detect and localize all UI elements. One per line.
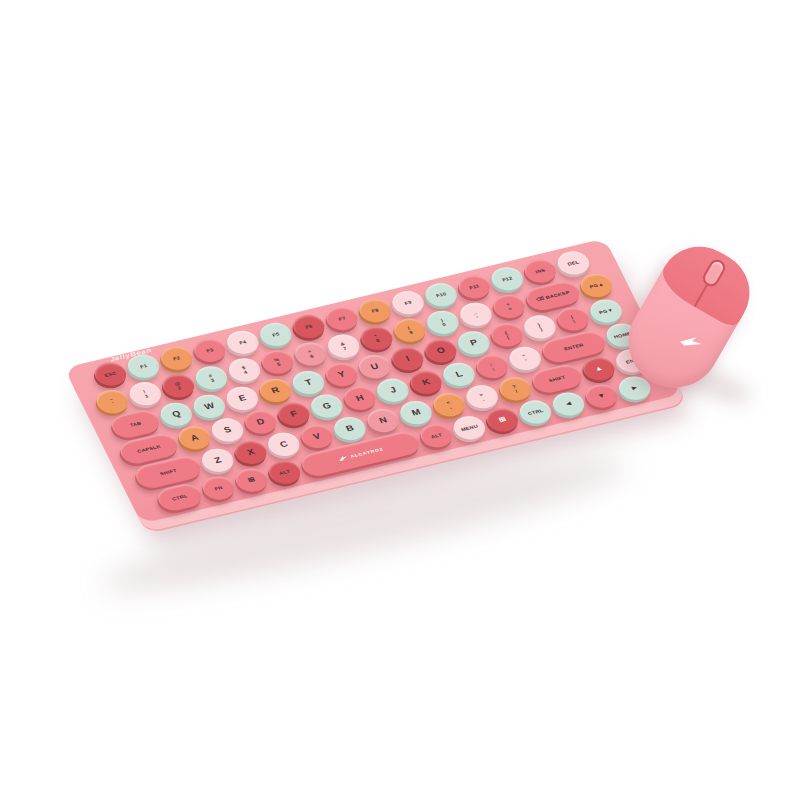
key-q: Q [156,400,196,429]
key-c: C [264,430,304,459]
key-label-ins: INS [535,268,547,275]
key-rctrl: CTRL [515,397,555,426]
key-label-grave: ~ ` [108,397,116,407]
key-label-v: V [312,432,322,441]
key-label-3: # 3 [208,373,216,383]
key-f11: F11 [454,272,494,301]
key-label-t: T [304,378,314,387]
key-label-h: H [355,394,366,403]
key-y: Y [322,360,362,389]
key-label-lwin: ⊞ [247,476,256,483]
key-f10: F10 [421,280,461,309]
key-label-esc: ESC [104,370,118,377]
product-photo: JellyBean ESCF1F2F3F4F5F6F7F8F9F10F11F12… [0,0,800,800]
key-label-g: G [321,402,332,411]
key-label-lbracket: { [ [504,330,511,339]
key-d: D [241,407,281,436]
key-r: R [255,376,295,405]
key-f4: F4 [223,328,263,357]
key-label-j: J [388,386,397,395]
key-label-2: @ 2 [174,381,184,391]
key-label-right: ► [629,384,640,392]
key-ralt: ALT [416,421,456,450]
key-l: L [439,360,479,389]
key-label-b: B [345,424,356,433]
key-label-1: ! 1 [142,389,150,399]
key-f: F [274,399,314,428]
key-4: $ 4 [225,355,265,384]
key-label-rwin: ⊞ [498,416,507,423]
key-f3: F3 [190,336,230,365]
key-z: Z [198,446,238,475]
key-label-f8: F8 [371,308,380,314]
key-label-y: Y [337,370,347,379]
key-label-d: D [255,417,266,426]
key-period: > . [462,382,502,411]
key-3: # 3 [191,363,231,392]
key-label-l: L [454,370,464,379]
key-u: U [355,352,395,381]
key-a: A [175,423,215,452]
key-label-e: E [237,394,247,403]
key-label-down: ▼ [596,392,607,400]
key-menu: MENU [449,413,489,442]
key-j: J [373,376,413,405]
spacebar-brand-text: ALCATROZ [349,446,384,458]
key-label-o: O [435,346,446,355]
key-label-backslash: | \ [570,314,576,323]
key-label-9: ( 9 [406,325,414,335]
key-label-f3: F3 [205,347,214,353]
key-7: & 7 [324,332,364,361]
key-p: P [454,328,494,357]
key-label-k: K [421,378,432,387]
key-down: ▼ [582,382,622,411]
key-h: H [340,384,380,413]
key-grave: ~ ` [92,387,132,416]
key-esc: ESC [91,360,131,389]
key-label-fn: FN [214,485,224,491]
key-label-pgdn: PG▼ [598,307,614,315]
key-label-semicolon: : ; [489,362,495,371]
key-label-w: W [203,402,216,412]
key-x: X [231,438,271,467]
key-label-capslk: CAPSLK [136,444,161,454]
key-label-m: M [410,408,422,417]
key-label-quote: " ' [522,354,529,364]
key-label-tab: TAB [129,420,142,427]
key-label-f1: F1 [139,363,148,369]
key-label-a: A [189,433,200,442]
key-label-n: N [378,416,389,425]
key-label-rbracket: } ] [537,322,544,331]
key-label-5: % 5 [273,357,282,367]
key-label-c: C [279,440,290,449]
key-label-f10: F10 [435,291,447,298]
key-fn: FN [198,474,238,503]
key-label-menu: MENU [460,424,479,432]
key-w: W [189,392,229,421]
key-backslash: | \ [553,304,593,333]
key-slash: ? / [495,374,535,403]
key-left: ◄ [549,389,589,418]
key-k: K [406,368,446,397]
key-label-equals: + = [505,302,513,312]
key-label-z: Z [213,456,223,465]
key-8: * 8 [357,324,397,353]
key-m: M [396,398,436,427]
key-label-7: & 7 [340,341,349,351]
key-label-f12: F12 [501,275,513,282]
key-label-minus: _ - [472,310,480,320]
key-g: G [307,392,347,421]
key-t: T [289,368,329,397]
key-pgup: PG▲ [577,271,617,300]
key-label-u: U [369,362,380,371]
key-n: N [363,406,403,435]
key-label-rctrl: CTRL [527,408,544,416]
key-label-f: F [289,410,299,419]
key-e: E [222,384,262,413]
key-ins: INS [520,256,560,285]
key-label-ralt: ALT [430,432,443,439]
key-pgdn: PG▼ [586,297,626,326]
key-label-f2: F2 [172,355,181,361]
key-label-lshift: SHIFT [159,468,178,476]
key-9: ( 9 [390,316,430,345]
key-label-0: ) 0 [439,317,447,327]
key-2: @ 2 [158,371,198,400]
key-label-r: R [270,386,281,395]
key-label-6: ^ 6 [307,349,315,359]
key-b: B [330,414,370,443]
alcatroz-logo-icon [336,454,349,462]
key-label-f6: F6 [305,323,314,329]
key-label-x: X [246,448,256,457]
key-label-f11: F11 [468,283,480,290]
key-minus: _ - [456,300,496,329]
key-label-pgup: PG▲ [589,282,605,290]
key-s: S [208,415,248,444]
key-label-backspace: ⌫ BACKSP [535,290,570,302]
key-label-8: * 8 [373,333,381,343]
alcatroz-logo-icon [678,330,705,355]
key-label-i: I [405,355,411,363]
key-v: V [297,422,337,451]
key-label-lctrl: CTRL [171,493,188,501]
key-5: % 5 [258,347,298,376]
key-f8: F8 [355,296,395,325]
key-1: ! 1 [125,379,165,408]
key-lctrl: CTRL [154,481,206,513]
key-label-period: > . [478,392,486,402]
key-label-4: $ 4 [241,365,249,375]
key-0: ) 0 [423,308,463,337]
key-label-f4: F4 [238,339,247,345]
key-label-lalt: ALT [278,469,291,476]
key-label-rshift: SHIFT [548,375,567,383]
key-label-del: DEL [567,259,581,266]
key-label-f7: F7 [338,316,347,322]
key-label-left: ◄ [563,400,574,408]
key-i: I [388,344,428,373]
key-label-s: S [223,425,233,434]
key-quote: " ' [505,344,545,373]
key-comma: < , [429,390,469,419]
key-label-up: ▲ [594,365,605,373]
key-f5: F5 [256,320,296,349]
key-f6: F6 [289,312,329,341]
key-label-slash: ? / [511,384,519,394]
key-label-f5: F5 [271,331,280,337]
key-f9: F9 [388,288,428,317]
key-up: ▲ [579,354,619,383]
key-label-q: Q [171,410,182,419]
key-rwin: ⊞ [482,405,522,434]
key-6: ^ 6 [291,339,331,368]
key-lalt: ALT [265,458,305,487]
key-equals: + = [489,292,529,321]
key-f7: F7 [322,304,362,333]
key-rbracket: } ] [520,312,560,341]
key-label-f9: F9 [404,300,413,306]
key-o: O [421,336,461,365]
key-f12: F12 [487,264,527,293]
key-semicolon: : ; [472,352,512,381]
key-f2: F2 [157,344,197,373]
key-lwin: ⊞ [232,466,272,495]
key-lbracket: { [ [487,320,527,349]
key-del: DEL [553,248,593,277]
key-label-comma: < , [445,400,453,410]
key-label-enter: ENTER [563,342,584,351]
key-label-p: P [469,338,479,347]
